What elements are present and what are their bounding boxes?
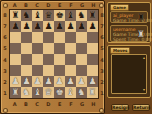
square-h2[interactable]: ♟	[87, 76, 98, 87]
white-pawn-piece: ♟	[66, 76, 74, 87]
black-king-piece: ♚	[55, 10, 63, 21]
square-e1[interactable]: ♚	[54, 87, 65, 98]
black-pawn-piece: ♟	[22, 21, 30, 32]
square-e5[interactable]	[54, 43, 65, 54]
moves-list[interactable]: ▴ ▾	[111, 54, 147, 94]
file-label: H	[88, 2, 99, 8]
square-d4[interactable]	[43, 54, 54, 65]
square-c2[interactable]: ♟	[32, 76, 43, 87]
black-pawn-piece: ♟	[55, 21, 63, 32]
square-f7[interactable]: ♟	[65, 21, 76, 32]
rank-label: 3	[2, 65, 8, 76]
file-label: F	[65, 2, 76, 8]
moves-panel: Moves ▴ ▾	[107, 45, 151, 98]
screw-icon	[4, 4, 7, 7]
white-king-piece: ♚	[55, 87, 63, 98]
square-f2[interactable]: ♟	[65, 76, 76, 87]
black-rook-icon: ♜	[137, 13, 145, 22]
file-label: G	[77, 100, 88, 107]
file-label: A	[9, 2, 20, 8]
black-rook-piece: ♜	[88, 10, 96, 21]
rank-label: 5	[2, 43, 8, 54]
square-g8[interactable]: ♞	[76, 10, 87, 21]
square-f6[interactable]	[65, 32, 76, 43]
square-d3[interactable]	[43, 65, 54, 76]
white-bishop-piece: ♝	[33, 87, 41, 98]
square-f8[interactable]: ♝	[65, 10, 76, 21]
square-c8[interactable]: ♝	[32, 10, 43, 21]
square-b3[interactable]	[21, 65, 32, 76]
player-card-white: username Game Time: 0:00 Spent Time: 0:0…	[110, 25, 148, 42]
file-label: A	[9, 100, 20, 107]
board-squares: ♜♞♝♛♚♝♞♜♟♟♟♟♟♟♟♟♟♟♟♟♟♟♟♟♜♞♝♛♚♝♞♜	[9, 9, 99, 99]
square-e6[interactable]	[54, 32, 65, 43]
white-pawn-piece: ♟	[77, 76, 85, 87]
rank-label: 6	[2, 32, 8, 43]
square-d5[interactable]	[43, 43, 54, 54]
return-button[interactable]: Return	[132, 104, 150, 111]
square-b6[interactable]	[21, 32, 32, 43]
scroll-down-icon[interactable]: ▾	[143, 88, 145, 92]
black-pawn-piece: ♟	[77, 21, 85, 32]
screw-icon	[100, 4, 103, 7]
square-b1[interactable]: ♞	[21, 87, 32, 98]
black-pawn-piece: ♟	[66, 21, 74, 32]
square-g6[interactable]	[76, 32, 87, 43]
file-label: D	[43, 2, 54, 8]
white-rook-piece: ♜	[88, 87, 96, 98]
square-b8[interactable]: ♞	[21, 10, 32, 21]
player-card-black: ai_player Game Time: 0:00 ♜	[110, 11, 148, 23]
square-h1[interactable]: ♜	[87, 87, 98, 98]
file-label: E	[54, 100, 65, 107]
square-g1[interactable]: ♞	[76, 87, 87, 98]
game-info-panel: Game ai_player Game Time: 0:00 ♜ usernam…	[107, 2, 151, 43]
file-label: B	[20, 100, 31, 107]
square-e3[interactable]	[54, 65, 65, 76]
square-d7[interactable]: ♟	[43, 21, 54, 32]
black-pawn-piece: ♟	[44, 21, 52, 32]
rank-label: 7	[99, 20, 105, 31]
square-d6[interactable]	[43, 32, 54, 43]
black-bishop-piece: ♝	[33, 10, 41, 21]
file-label: E	[54, 2, 65, 8]
rank-label: 8	[99, 9, 105, 20]
square-e4[interactable]	[54, 54, 65, 65]
moves-header: Moves	[110, 47, 130, 54]
square-e7[interactable]: ♟	[54, 21, 65, 32]
screw-icon	[100, 109, 103, 112]
rank-label: 1	[2, 88, 8, 99]
square-a1[interactable]: ♜	[10, 87, 21, 98]
rank-label: 8	[2, 9, 8, 20]
square-h8[interactable]: ♜	[87, 10, 98, 21]
file-label: G	[77, 2, 88, 8]
square-f3[interactable]	[65, 65, 76, 76]
rank-label: 4	[2, 54, 8, 65]
resign-button[interactable]: Resign	[111, 104, 129, 111]
square-g4[interactable]	[76, 54, 87, 65]
square-h5[interactable]	[87, 43, 98, 54]
white-pawn-piece: ♟	[33, 76, 41, 87]
rank-label: 2	[2, 77, 8, 88]
square-b2[interactable]: ♟	[21, 76, 32, 87]
square-g5[interactable]	[76, 43, 87, 54]
file-label: C	[32, 100, 43, 107]
square-b4[interactable]	[21, 54, 32, 65]
rank-label: 6	[99, 32, 105, 43]
square-b5[interactable]	[21, 43, 32, 54]
white-rook-piece: ♜	[11, 87, 19, 98]
square-d1[interactable]: ♛	[43, 87, 54, 98]
square-a7[interactable]: ♟	[10, 21, 21, 32]
square-f4[interactable]	[65, 54, 76, 65]
white-knight-piece: ♞	[22, 87, 30, 98]
board-frame: ABCDEFGH ABCDEFGH 87654321 87654321 ♜♞♝♛…	[0, 0, 105, 114]
square-a4[interactable]	[10, 54, 21, 65]
square-h7[interactable]: ♟	[87, 21, 98, 32]
square-h3[interactable]	[87, 65, 98, 76]
square-b7[interactable]: ♟	[21, 21, 32, 32]
square-h4[interactable]	[87, 54, 98, 65]
white-pawn-piece: ♟	[22, 76, 30, 87]
game-info-header: Game	[110, 4, 129, 11]
rank-label: 3	[99, 65, 105, 76]
white-knight-piece: ♞	[77, 87, 85, 98]
square-a3[interactable]	[10, 65, 21, 76]
square-g7[interactable]: ♟	[76, 21, 87, 32]
black-queen-piece: ♛	[44, 10, 52, 21]
rank-label: 2	[99, 77, 105, 88]
white-queen-piece: ♛	[44, 87, 52, 98]
square-c6[interactable]	[32, 32, 43, 43]
screw-icon	[4, 109, 7, 112]
white-pawn-piece: ♟	[44, 76, 52, 87]
chess-app: ABCDEFGH ABCDEFGH 87654321 87654321 ♜♞♝♛…	[0, 0, 152, 114]
rank-label: 4	[99, 54, 105, 65]
square-a6[interactable]	[10, 32, 21, 43]
black-pawn-piece: ♟	[33, 21, 41, 32]
black-pawn-piece: ♟	[11, 21, 19, 32]
black-pawn-piece: ♟	[88, 21, 96, 32]
black-rook-piece: ♜	[11, 10, 19, 21]
file-labels-top: ABCDEFGH	[9, 2, 99, 8]
square-d8[interactable]: ♛	[43, 10, 54, 21]
black-bishop-piece: ♝	[66, 10, 74, 21]
scroll-up-icon[interactable]: ▴	[143, 56, 145, 60]
square-c1[interactable]: ♝	[32, 87, 43, 98]
square-c3[interactable]	[32, 65, 43, 76]
square-e8[interactable]: ♚	[54, 10, 65, 21]
file-label: F	[65, 100, 76, 107]
rank-label: 5	[99, 43, 105, 54]
white-pawn-piece: ♟	[11, 76, 19, 87]
rank-labels-right: 87654321	[99, 9, 105, 99]
file-label: D	[43, 100, 54, 107]
white-bishop-piece: ♝	[66, 87, 74, 98]
square-c4[interactable]	[32, 54, 43, 65]
file-label: C	[32, 2, 43, 8]
square-c5[interactable]	[32, 43, 43, 54]
black-knight-piece: ♞	[77, 10, 85, 21]
square-f1[interactable]: ♝	[65, 87, 76, 98]
file-label: H	[88, 100, 99, 107]
square-a2[interactable]: ♟	[10, 76, 21, 87]
square-g3[interactable]	[76, 65, 87, 76]
square-a8[interactable]: ♜	[10, 10, 21, 21]
square-a5[interactable]	[10, 43, 21, 54]
black-knight-piece: ♞	[22, 10, 30, 21]
white-pawn-piece: ♟	[55, 76, 63, 87]
square-h6[interactable]	[87, 32, 98, 43]
file-labels-bottom: ABCDEFGH	[9, 100, 99, 107]
square-g2[interactable]: ♟	[76, 76, 87, 87]
white-rook-icon: ♜	[137, 29, 145, 38]
square-c7[interactable]: ♟	[32, 21, 43, 32]
rank-label: 1	[99, 88, 105, 99]
square-f5[interactable]	[65, 43, 76, 54]
square-e2[interactable]: ♟	[54, 76, 65, 87]
file-label: B	[20, 2, 31, 8]
rank-label: 7	[2, 20, 8, 31]
white-pawn-piece: ♟	[88, 76, 96, 87]
rank-labels-left: 87654321	[2, 9, 8, 99]
square-d2[interactable]: ♟	[43, 76, 54, 87]
